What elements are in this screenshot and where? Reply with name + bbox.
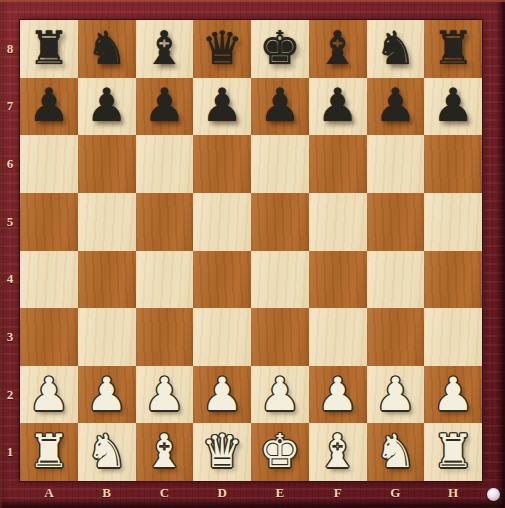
square-h2[interactable]: ♟ [424, 366, 482, 424]
white-bishop[interactable]: ♝ [144, 428, 185, 474]
square-h6[interactable] [424, 135, 482, 193]
file-label-c: C [136, 481, 194, 505]
square-g1[interactable]: ♞ [367, 423, 425, 481]
square-h4[interactable] [424, 251, 482, 309]
square-c4[interactable] [136, 251, 194, 309]
square-b6[interactable] [78, 135, 136, 193]
white-queen[interactable]: ♛ [202, 428, 243, 474]
black-bishop[interactable]: ♝ [144, 25, 185, 71]
white-rook[interactable]: ♜ [433, 428, 474, 474]
square-f2[interactable]: ♟ [309, 366, 367, 424]
white-king[interactable]: ♚ [259, 428, 300, 474]
side-to-move-indicator [487, 488, 500, 501]
white-rook[interactable]: ♜ [28, 428, 69, 474]
black-knight[interactable]: ♞ [375, 25, 416, 71]
white-pawn[interactable]: ♟ [433, 371, 474, 417]
square-g5[interactable] [367, 193, 425, 251]
black-knight[interactable]: ♞ [86, 25, 127, 71]
square-h7[interactable]: ♟ [424, 78, 482, 136]
square-c3[interactable] [136, 308, 194, 366]
black-pawn[interactable]: ♟ [202, 82, 243, 128]
file-label-d: D [193, 481, 251, 505]
square-b5[interactable] [78, 193, 136, 251]
square-f4[interactable] [309, 251, 367, 309]
square-d5[interactable] [193, 193, 251, 251]
square-d4[interactable] [193, 251, 251, 309]
white-pawn[interactable]: ♟ [28, 371, 69, 417]
square-a2[interactable]: ♟ [20, 366, 78, 424]
square-b8[interactable]: ♞ [78, 20, 136, 78]
black-king[interactable]: ♚ [259, 25, 300, 71]
rank-label-4: 4 [0, 251, 20, 309]
chess-board-frame: ♜♞♝♛♚♝♞♜♟♟♟♟♟♟♟♟♟♟♟♟♟♟♟♟♜♞♝♛♚♝♞♜ 8765432… [0, 0, 505, 508]
file-label-a: A [20, 481, 78, 505]
square-b2[interactable]: ♟ [78, 366, 136, 424]
black-pawn[interactable]: ♟ [86, 82, 127, 128]
black-rook[interactable]: ♜ [28, 25, 69, 71]
white-pawn[interactable]: ♟ [259, 371, 300, 417]
square-h3[interactable] [424, 308, 482, 366]
file-label-f: F [309, 481, 367, 505]
square-h5[interactable] [424, 193, 482, 251]
file-coordinates: ABCDEFGH [20, 481, 482, 505]
rank-label-8: 8 [0, 20, 20, 78]
rank-label-6: 6 [0, 135, 20, 193]
square-c8[interactable]: ♝ [136, 20, 194, 78]
rank-label-5: 5 [0, 193, 20, 251]
square-f8[interactable]: ♝ [309, 20, 367, 78]
square-f1[interactable]: ♝ [309, 423, 367, 481]
square-c1[interactable]: ♝ [136, 423, 194, 481]
square-h1[interactable]: ♜ [424, 423, 482, 481]
square-a6[interactable] [20, 135, 78, 193]
square-a5[interactable] [20, 193, 78, 251]
square-b7[interactable]: ♟ [78, 78, 136, 136]
rank-coordinates: 87654321 [0, 20, 20, 481]
rank-label-1: 1 [0, 423, 20, 481]
square-g8[interactable]: ♞ [367, 20, 425, 78]
square-c6[interactable] [136, 135, 194, 193]
square-g7[interactable]: ♟ [367, 78, 425, 136]
white-pawn[interactable]: ♟ [317, 371, 358, 417]
square-a7[interactable]: ♟ [20, 78, 78, 136]
white-knight[interactable]: ♞ [86, 428, 127, 474]
square-e7[interactable]: ♟ [251, 78, 309, 136]
square-f6[interactable] [309, 135, 367, 193]
square-e4[interactable] [251, 251, 309, 309]
square-e6[interactable] [251, 135, 309, 193]
white-pawn[interactable]: ♟ [375, 371, 416, 417]
square-f3[interactable] [309, 308, 367, 366]
file-label-g: G [367, 481, 425, 505]
square-d2[interactable]: ♟ [193, 366, 251, 424]
square-e3[interactable] [251, 308, 309, 366]
black-pawn[interactable]: ♟ [433, 82, 474, 128]
square-c2[interactable]: ♟ [136, 366, 194, 424]
black-pawn[interactable]: ♟ [259, 82, 300, 128]
rank-label-7: 7 [0, 78, 20, 136]
square-f5[interactable] [309, 193, 367, 251]
square-a4[interactable] [20, 251, 78, 309]
black-pawn[interactable]: ♟ [28, 82, 69, 128]
square-b3[interactable] [78, 308, 136, 366]
square-d1[interactable]: ♛ [193, 423, 251, 481]
black-rook[interactable]: ♜ [433, 25, 474, 71]
square-c5[interactable] [136, 193, 194, 251]
square-a3[interactable] [20, 308, 78, 366]
square-e2[interactable]: ♟ [251, 366, 309, 424]
white-pawn[interactable]: ♟ [86, 371, 127, 417]
square-c7[interactable]: ♟ [136, 78, 194, 136]
file-label-e: E [251, 481, 309, 505]
file-label-h: H [424, 481, 482, 505]
square-e5[interactable] [251, 193, 309, 251]
square-a8[interactable]: ♜ [20, 20, 78, 78]
black-pawn[interactable]: ♟ [317, 82, 358, 128]
black-pawn[interactable]: ♟ [375, 82, 416, 128]
square-f7[interactable]: ♟ [309, 78, 367, 136]
rank-label-3: 3 [0, 308, 20, 366]
square-b1[interactable]: ♞ [78, 423, 136, 481]
square-b4[interactable] [78, 251, 136, 309]
black-bishop[interactable]: ♝ [317, 25, 358, 71]
square-d6[interactable] [193, 135, 251, 193]
square-g3[interactable] [367, 308, 425, 366]
black-pawn[interactable]: ♟ [144, 82, 185, 128]
square-h8[interactable]: ♜ [424, 20, 482, 78]
white-pawn[interactable]: ♟ [144, 371, 185, 417]
square-e1[interactable]: ♚ [251, 423, 309, 481]
square-g6[interactable] [367, 135, 425, 193]
square-d3[interactable] [193, 308, 251, 366]
white-bishop[interactable]: ♝ [317, 428, 358, 474]
square-d7[interactable]: ♟ [193, 78, 251, 136]
square-d8[interactable]: ♛ [193, 20, 251, 78]
chess-board: ♜♞♝♛♚♝♞♜♟♟♟♟♟♟♟♟♟♟♟♟♟♟♟♟♜♞♝♛♚♝♞♜ [20, 20, 482, 481]
black-queen[interactable]: ♛ [202, 25, 243, 71]
square-g2[interactable]: ♟ [367, 366, 425, 424]
square-e8[interactable]: ♚ [251, 20, 309, 78]
white-pawn[interactable]: ♟ [202, 371, 243, 417]
square-g4[interactable] [367, 251, 425, 309]
white-knight[interactable]: ♞ [375, 428, 416, 474]
square-a1[interactable]: ♜ [20, 423, 78, 481]
rank-label-2: 2 [0, 366, 20, 424]
file-label-b: B [78, 481, 136, 505]
